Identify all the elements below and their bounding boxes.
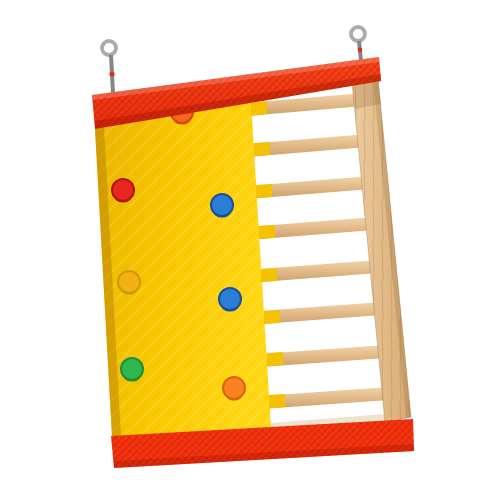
right-hook: [351, 27, 365, 61]
left-hook-red-thread: [109, 71, 114, 76]
photo-stage: [0, 0, 500, 500]
rung-tip: [269, 394, 285, 408]
rung-tip: [261, 268, 277, 282]
peg-blue-upper: [211, 194, 233, 218]
right-hook-eye-icon: [351, 27, 365, 41]
rung-tip: [256, 184, 272, 198]
rung-tip: [264, 310, 280, 324]
left-hook: [102, 41, 116, 93]
peg-green: [121, 358, 143, 382]
peg-orange-bottom: [223, 377, 245, 401]
ladder-right-rail: [352, 78, 411, 423]
peg-yellow: [118, 271, 140, 295]
rung-tip: [254, 142, 270, 156]
right-hook-red-thread: [358, 48, 363, 53]
rung-tip: [259, 225, 275, 239]
peg-red: [112, 179, 134, 203]
rung-tip: [267, 352, 283, 366]
climbing-toy-photo: [0, 0, 500, 500]
left-hook-eye-icon: [102, 41, 116, 55]
peg-blue-lower: [219, 288, 241, 312]
rung-tip: [251, 101, 267, 116]
